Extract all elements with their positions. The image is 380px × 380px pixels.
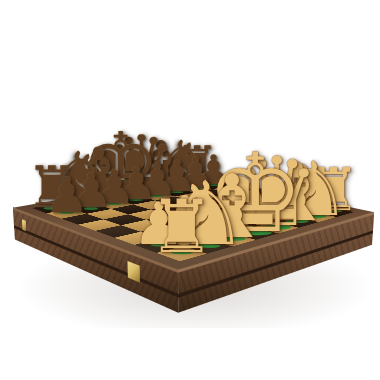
product-photo-canvas: ♜♞♝♛♚♝♞♜♟♟♟♟♟♟♟♟♟♟♟♟♟♟♟♟♜♞♝♛♚♝♞♜ [0, 0, 380, 380]
piece-white-rook-h1: ♜ [149, 190, 215, 263]
piece-black-pawn-h7: ♟ [45, 171, 89, 220]
